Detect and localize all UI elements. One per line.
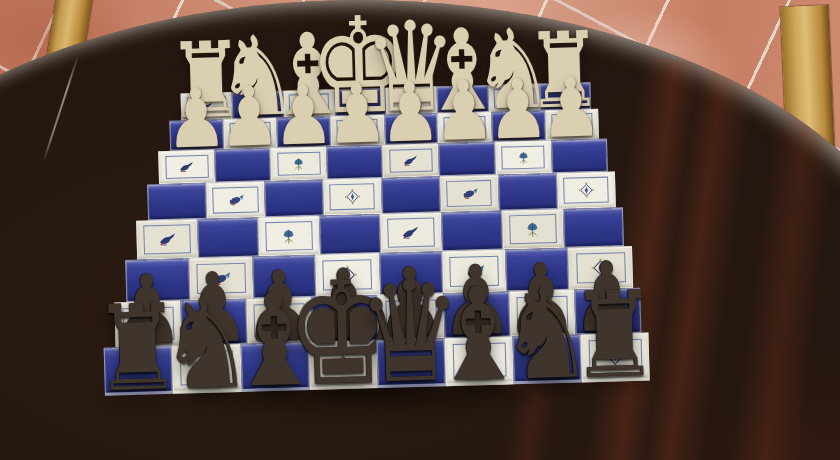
- square-f2[interactable]: ♟: [277, 116, 331, 147]
- tile-motif-bird: [148, 228, 186, 251]
- photo-scene: ♜♞♝♚♛♝♞♜♟♟♟♟♟♟♟♟♟♟♟♟♟♟♟♟♜♞♝♚♛♝♞♜: [0, 0, 840, 460]
- square-b3[interactable]: [495, 140, 552, 175]
- square-c2[interactable]: ♟: [437, 112, 491, 143]
- tile-motif-fish: [217, 189, 254, 210]
- tile-motif-diamond: [568, 180, 605, 201]
- square-c3[interactable]: [439, 142, 496, 177]
- square-d4[interactable]: [381, 176, 440, 214]
- square-h4[interactable]: [147, 183, 206, 221]
- square-d3[interactable]: [382, 143, 439, 178]
- square-h3[interactable]: [158, 150, 215, 185]
- piece-white-pawn[interactable]: ♟: [540, 66, 604, 150]
- square-h2[interactable]: ♟: [169, 119, 223, 150]
- tile-motif-carnation: [281, 154, 316, 174]
- square-g4[interactable]: [206, 181, 265, 219]
- tile-motif-bird: [169, 157, 204, 177]
- square-e4[interactable]: [323, 178, 382, 216]
- square-e3[interactable]: [326, 145, 383, 180]
- square-c4[interactable]: [440, 175, 499, 213]
- square-a2[interactable]: ♟: [545, 109, 599, 140]
- square-a4[interactable]: [556, 171, 615, 209]
- square-d2[interactable]: ♟: [384, 113, 438, 144]
- square-b2[interactable]: ♟: [491, 110, 545, 141]
- tile-motif-carnation: [513, 218, 551, 241]
- square-a8[interactable]: ♜: [581, 333, 650, 383]
- square-f3[interactable]: [270, 146, 327, 181]
- tile-motif-fish: [451, 183, 488, 204]
- tile-motif-bird: [392, 221, 430, 244]
- square-a3[interactable]: [551, 139, 608, 174]
- chessboard: ♜♞♝♚♛♝♞♜♟♟♟♟♟♟♟♟♟♟♟♟♟♟♟♟♜♞♝♚♛♝♞♜: [0, 0, 840, 460]
- square-b4[interactable]: [498, 173, 557, 211]
- piece-black-rook[interactable]: ♜: [569, 275, 661, 395]
- board-row: ♜♞♝♚♛♝♞♜: [104, 333, 650, 396]
- tile-motif-diamond: [334, 186, 371, 207]
- tile-motif-bird: [393, 151, 428, 171]
- square-e2[interactable]: ♟: [330, 115, 384, 146]
- square-f4[interactable]: [264, 180, 323, 218]
- tile-motif-carnation: [506, 148, 541, 168]
- square-g2[interactable]: ♟: [223, 118, 277, 149]
- square-g3[interactable]: [214, 148, 271, 183]
